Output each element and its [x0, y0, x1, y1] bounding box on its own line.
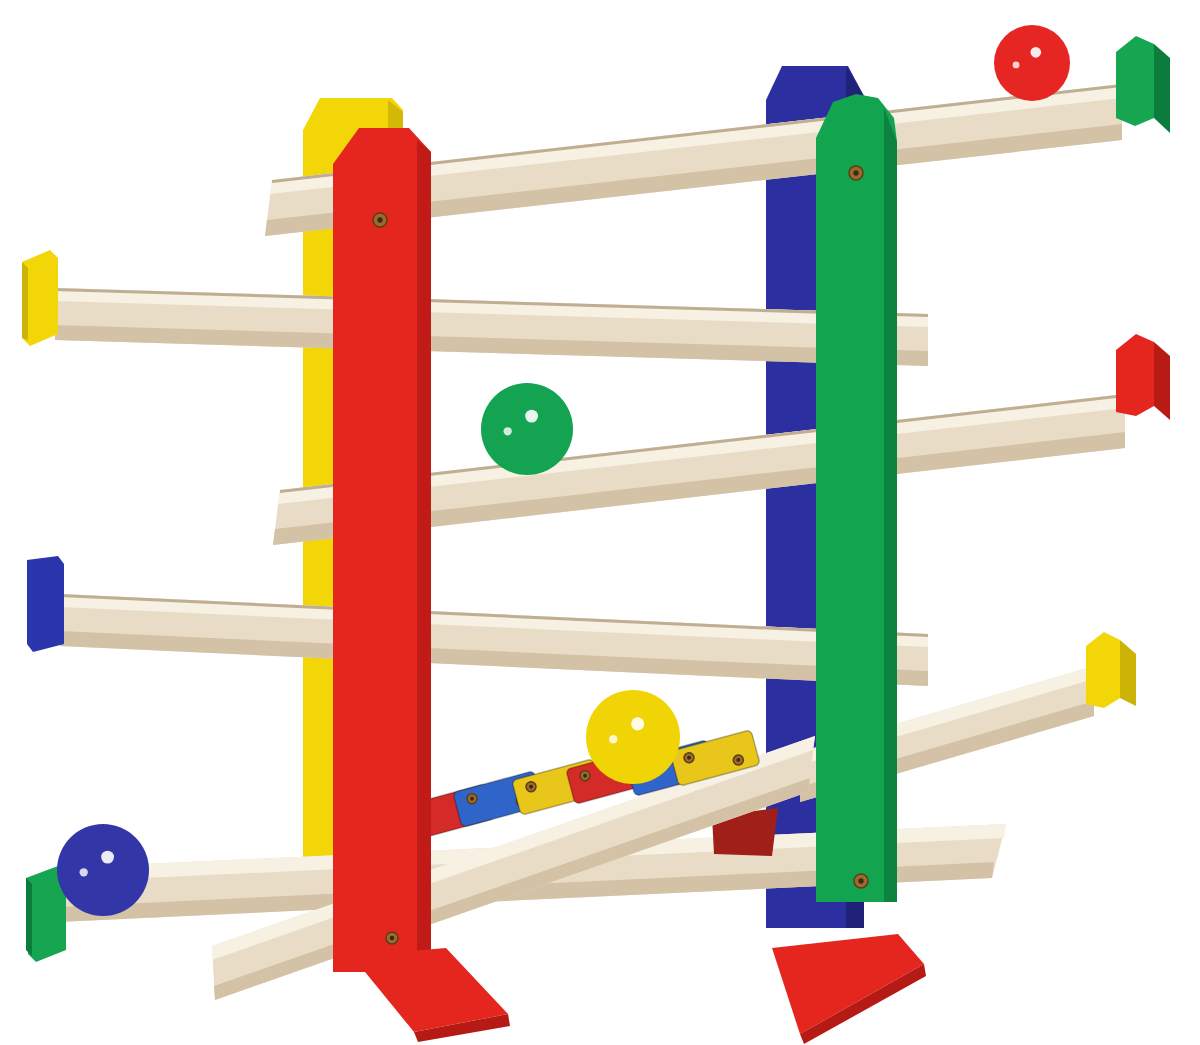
yellow-cap-side	[22, 262, 28, 340]
green-post-shade	[884, 108, 897, 902]
product-photo-marble-run	[0, 0, 1200, 1045]
ball-highlight-small	[504, 427, 512, 435]
ball-body	[586, 690, 680, 784]
red-post-shade	[417, 140, 431, 972]
red-post	[333, 128, 431, 972]
ball-highlight-large	[631, 717, 644, 730]
ball-highlight-small	[609, 735, 617, 743]
marble-run-scene	[0, 0, 1200, 1045]
green-cap2-side	[26, 878, 32, 956]
red-cap-front	[1116, 334, 1154, 416]
green-ball	[481, 383, 573, 475]
yellow-cap2-front	[1086, 632, 1120, 708]
ball-body	[994, 25, 1070, 101]
blue-ball	[57, 824, 149, 916]
yellow-ball	[586, 690, 680, 784]
ball-highlight-large	[1030, 47, 1041, 58]
screw-center	[377, 217, 382, 222]
red-ball	[994, 25, 1070, 101]
ball-highlight-small	[80, 868, 88, 876]
yellow-end-cap-left	[22, 250, 58, 346]
green-post	[816, 94, 897, 902]
ball-highlight-large	[101, 851, 114, 864]
screw-center	[853, 170, 858, 175]
green-cap-side	[1154, 44, 1170, 133]
red-post-face	[333, 128, 431, 972]
ball-body	[481, 383, 573, 475]
blue-end-cap-left	[27, 556, 64, 652]
screw-center	[858, 878, 863, 883]
ball-highlight-large	[525, 410, 538, 423]
blue-cap-front	[27, 556, 64, 652]
screw-center	[390, 936, 395, 941]
ball-body	[57, 824, 149, 916]
green-cap-front	[1116, 36, 1154, 126]
ball-highlight-small	[1013, 61, 1020, 68]
